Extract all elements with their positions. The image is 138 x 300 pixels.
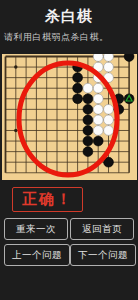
star-point: [14, 129, 17, 132]
black-stone: [93, 136, 103, 146]
result-status: 正确！: [12, 187, 83, 212]
black-stone: [83, 115, 93, 125]
black-stone: [73, 73, 83, 83]
black-stone: [83, 136, 93, 146]
black-stone: [83, 147, 93, 157]
go-board[interactable]: [2, 54, 137, 180]
black-stone: [83, 94, 93, 104]
white-stone: [104, 104, 114, 114]
prev-problem-button[interactable]: 上一个问题: [4, 244, 70, 266]
white-stone: [93, 54, 103, 61]
black-stone: [73, 83, 83, 93]
black-stone: [124, 54, 134, 61]
white-stone: [93, 104, 103, 114]
black-stone: [73, 94, 83, 104]
white-stone: [104, 115, 114, 125]
white-stone: [93, 83, 103, 93]
page-subtitle: 请利用白棋弱点杀白棋。: [4, 31, 138, 44]
home-button[interactable]: 返回首页: [70, 218, 134, 240]
black-stone: [83, 104, 93, 114]
retry-button[interactable]: 重来一次: [4, 218, 68, 240]
white-stone: [83, 83, 93, 93]
white-stone: [93, 126, 103, 136]
black-stone: [83, 126, 93, 136]
go-board-svg[interactable]: [2, 54, 137, 180]
white-stone: [93, 115, 103, 125]
page-title: 杀白棋: [0, 7, 138, 26]
next-problem-button[interactable]: 下一个问题: [70, 244, 136, 266]
white-stone: [104, 126, 114, 136]
white-stone: [104, 62, 114, 72]
star-point: [14, 65, 17, 68]
white-stone: [93, 94, 103, 104]
white-stone: [104, 54, 114, 61]
